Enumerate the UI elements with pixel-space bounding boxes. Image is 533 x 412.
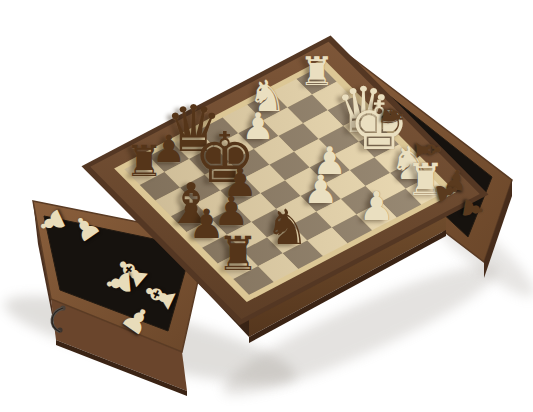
- product-photo-chess-box: ♜♞♛♟♚♛♟♟♜♞♚♜♟♟♟♝♟♟♞♜♟♟♝♟♝♟♞♝♟♟♟: [0, 0, 533, 412]
